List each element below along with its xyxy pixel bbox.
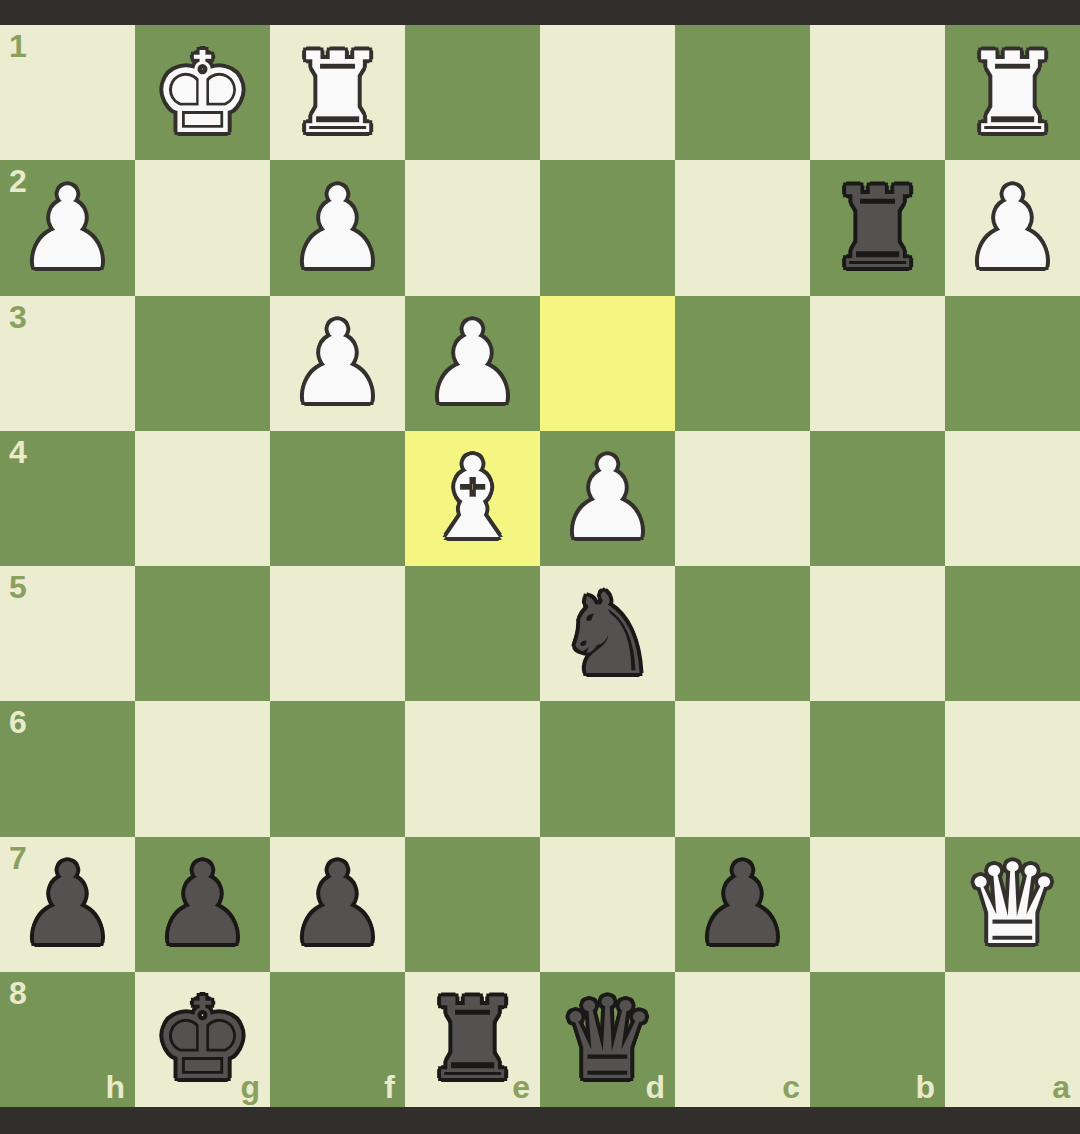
square-e4[interactable]: ♝ (405, 431, 540, 566)
square-h6[interactable]: 6 (0, 701, 135, 836)
square-d2[interactable] (540, 160, 675, 295)
square-e8[interactable]: e♜ (405, 972, 540, 1107)
black-rook-icon: ♜ (827, 172, 927, 284)
square-b3[interactable] (810, 296, 945, 431)
square-g6[interactable] (135, 701, 270, 836)
white-pawn-icon: ♟ (17, 172, 117, 284)
rank-label-7: 7 (9, 842, 27, 874)
square-h1[interactable]: 1 (0, 25, 135, 160)
square-d6[interactable] (540, 701, 675, 836)
black-pawn-icon: ♟ (152, 848, 252, 960)
square-c7[interactable]: ♟ (675, 837, 810, 972)
file-label-a: a (1052, 1071, 1070, 1103)
square-b8[interactable]: b (810, 972, 945, 1107)
file-label-c: c (782, 1071, 800, 1103)
square-g8[interactable]: g♚ (135, 972, 270, 1107)
square-a1[interactable]: ♜ (945, 25, 1080, 160)
chess-app-screenshot: 1♚♜♜2♟♟♜♟3♟♟4♝♟5♞67♟♟♟♟♛8hg♚fe♜d♛cba (0, 0, 1080, 1134)
square-h8[interactable]: 8h (0, 972, 135, 1107)
white-pawn-icon: ♟ (287, 172, 387, 284)
rank-label-3: 3 (9, 301, 27, 333)
square-e3[interactable]: ♟ (405, 296, 540, 431)
square-g4[interactable] (135, 431, 270, 566)
file-label-g: g (240, 1071, 260, 1103)
square-h4[interactable]: 4 (0, 431, 135, 566)
square-h3[interactable]: 3 (0, 296, 135, 431)
rank-label-2: 2 (9, 165, 27, 197)
white-king-icon: ♚ (152, 37, 252, 149)
square-f2[interactable]: ♟ (270, 160, 405, 295)
file-label-d: d (645, 1071, 665, 1103)
square-a7[interactable]: ♛ (945, 837, 1080, 972)
square-f3[interactable]: ♟ (270, 296, 405, 431)
square-b1[interactable] (810, 25, 945, 160)
file-label-e: e (512, 1071, 530, 1103)
square-c6[interactable] (675, 701, 810, 836)
square-c5[interactable] (675, 566, 810, 701)
square-e2[interactable] (405, 160, 540, 295)
square-a5[interactable] (945, 566, 1080, 701)
white-pawn-icon: ♟ (287, 307, 387, 419)
chess-board: 1♚♜♜2♟♟♜♟3♟♟4♝♟5♞67♟♟♟♟♛8hg♚fe♜d♛cba (0, 25, 1080, 1107)
square-g1[interactable]: ♚ (135, 25, 270, 160)
square-b2[interactable]: ♜ (810, 160, 945, 295)
square-a2[interactable]: ♟ (945, 160, 1080, 295)
square-b7[interactable] (810, 837, 945, 972)
white-pawn-icon: ♟ (962, 172, 1062, 284)
square-g2[interactable] (135, 160, 270, 295)
rank-label-4: 4 (9, 436, 27, 468)
square-g7[interactable]: ♟ (135, 837, 270, 972)
square-d7[interactable] (540, 837, 675, 972)
square-d5[interactable]: ♞ (540, 566, 675, 701)
square-d4[interactable]: ♟ (540, 431, 675, 566)
black-queen-icon: ♛ (557, 983, 657, 1095)
bottom-frame-strip (0, 1107, 1080, 1134)
square-h5[interactable]: 5 (0, 566, 135, 701)
file-label-h: h (105, 1071, 125, 1103)
square-f4[interactable] (270, 431, 405, 566)
square-c2[interactable] (675, 160, 810, 295)
black-king-icon: ♚ (152, 983, 252, 1095)
square-h2[interactable]: 2♟ (0, 160, 135, 295)
white-bishop-icon: ♝ (422, 442, 522, 554)
square-f5[interactable] (270, 566, 405, 701)
black-pawn-icon: ♟ (692, 848, 792, 960)
square-a3[interactable] (945, 296, 1080, 431)
square-d1[interactable] (540, 25, 675, 160)
white-rook-icon: ♜ (962, 37, 1062, 149)
rank-label-1: 1 (9, 30, 27, 62)
square-c1[interactable] (675, 25, 810, 160)
square-a4[interactable] (945, 431, 1080, 566)
square-a6[interactable] (945, 701, 1080, 836)
square-e1[interactable] (405, 25, 540, 160)
rank-label-8: 8 (9, 977, 27, 1009)
file-label-f: f (384, 1071, 395, 1103)
top-frame-strip (0, 0, 1080, 25)
square-b5[interactable] (810, 566, 945, 701)
square-f8[interactable]: f (270, 972, 405, 1107)
square-c8[interactable]: c (675, 972, 810, 1107)
square-f6[interactable] (270, 701, 405, 836)
white-rook-icon: ♜ (287, 37, 387, 149)
black-pawn-icon: ♟ (287, 848, 387, 960)
black-knight-icon: ♞ (557, 578, 657, 690)
square-g3[interactable] (135, 296, 270, 431)
file-label-b: b (915, 1071, 935, 1103)
white-pawn-icon: ♟ (557, 442, 657, 554)
square-h7[interactable]: 7♟ (0, 837, 135, 972)
rank-label-6: 6 (9, 706, 27, 738)
square-d3[interactable] (540, 296, 675, 431)
square-d8[interactable]: d♛ (540, 972, 675, 1107)
square-a8[interactable]: a (945, 972, 1080, 1107)
square-c3[interactable] (675, 296, 810, 431)
square-c4[interactable] (675, 431, 810, 566)
square-f1[interactable]: ♜ (270, 25, 405, 160)
white-pawn-icon: ♟ (422, 307, 522, 419)
square-f7[interactable]: ♟ (270, 837, 405, 972)
square-e5[interactable] (405, 566, 540, 701)
rank-label-5: 5 (9, 571, 27, 603)
black-rook-icon: ♜ (422, 983, 522, 1095)
square-b6[interactable] (810, 701, 945, 836)
white-queen-icon: ♛ (962, 848, 1062, 960)
square-b4[interactable] (810, 431, 945, 566)
square-e6[interactable] (405, 701, 540, 836)
black-pawn-icon: ♟ (17, 848, 117, 960)
square-g5[interactable] (135, 566, 270, 701)
square-e7[interactable] (405, 837, 540, 972)
